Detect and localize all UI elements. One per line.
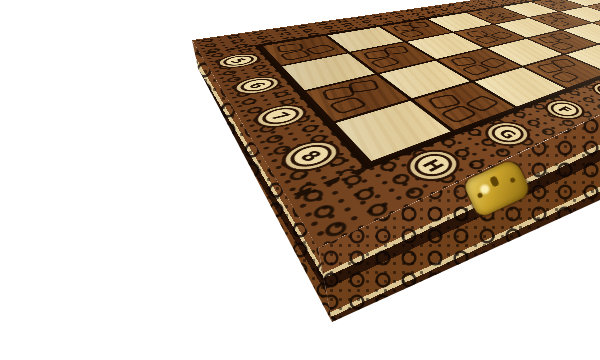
photo-scene: 5678HGFEDCBA [0, 0, 600, 360]
